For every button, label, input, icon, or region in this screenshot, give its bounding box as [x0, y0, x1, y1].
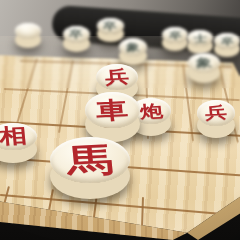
black-piece-1[interactable]: [15, 23, 41, 39]
xiangqi-board-photo: 卒卒象卒士卒象兵炮兵車相馬: [0, 0, 240, 240]
black-piece-7[interactable]: 卒: [214, 33, 240, 49]
red-elephant-character: 相: [0, 125, 28, 147]
red-chariot[interactable]: 車: [85, 92, 140, 128]
red-soldier-1[interactable]: 兵: [96, 64, 138, 90]
black-piece-2-character: 卒: [69, 29, 84, 40]
black-piece-5[interactable]: 卒: [162, 27, 188, 43]
black-piece-4[interactable]: 象: [119, 38, 147, 56]
black-piece-7-character: 卒: [220, 36, 234, 46]
black-piece-8[interactable]: 象: [188, 53, 220, 73]
red-cannon-character: 炮: [139, 102, 164, 120]
red-elephant[interactable]: 相: [0, 123, 37, 150]
red-soldier-1-character: 兵: [104, 68, 130, 86]
pieces-layer: 卒卒象卒士卒象兵炮兵車相馬: [0, 0, 240, 240]
red-horse-character: 馬: [65, 142, 114, 177]
red-soldier-2[interactable]: 兵: [197, 100, 235, 126]
red-horse[interactable]: 馬: [50, 137, 130, 183]
black-piece-5-character: 卒: [168, 30, 182, 40]
red-soldier-2-character: 兵: [204, 105, 227, 122]
black-piece-3[interactable]: 卒: [97, 18, 124, 34]
black-piece-6[interactable]: 士: [187, 30, 213, 46]
red-chariot-character: 車: [95, 98, 129, 123]
black-piece-6-character: 士: [193, 33, 207, 43]
black-piece-4-character: 象: [126, 42, 141, 53]
black-piece-8-character: 象: [195, 57, 212, 69]
black-piece-3-character: 卒: [103, 21, 118, 32]
black-piece-2[interactable]: 卒: [63, 26, 90, 43]
